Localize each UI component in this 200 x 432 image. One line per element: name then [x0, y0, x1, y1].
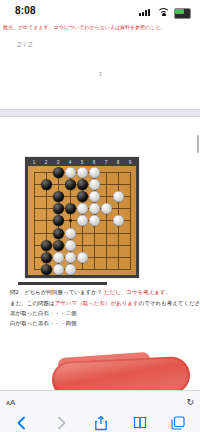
black-stone[interactable]: [41, 240, 52, 251]
question-line-2: また、この問題はアゲハマ（取った石）がありますのでそれも考えてください。: [10, 300, 200, 307]
black-stone[interactable]: [53, 228, 64, 239]
goban-grid[interactable]: [28, 166, 136, 275]
line2-red: アゲハマ（取った石）があります: [55, 300, 139, 306]
book-icon[interactable]: [132, 415, 148, 431]
white-stone[interactable]: [65, 167, 76, 178]
wifi-icon: [157, 8, 168, 16]
back-icon[interactable]: [14, 415, 30, 431]
scroll-indicator[interactable]: [197, 135, 200, 153]
forward-icon[interactable]: [53, 415, 69, 431]
white-stone[interactable]: [77, 167, 88, 178]
share-icon[interactable]: [93, 415, 109, 431]
clock: 8:08: [15, 5, 36, 16]
reader-mode-button[interactable]: ᴀA: [6, 398, 15, 407]
hoshi-marker: [69, 219, 72, 222]
reload-button[interactable]: ↻: [186, 397, 194, 407]
black-stone[interactable]: [53, 203, 64, 214]
black-stone[interactable]: [65, 179, 76, 190]
line2-post: のでそれも考えてください。: [139, 300, 200, 306]
black-stone[interactable]: [53, 191, 64, 202]
white-stone[interactable]: [53, 264, 64, 275]
white-stone[interactable]: [113, 191, 124, 202]
safari-toolbar: [0, 413, 200, 432]
captures-white-line: 白が取った黒石・・・四個: [10, 320, 76, 327]
page-number: 3: [99, 71, 102, 77]
white-stone[interactable]: [77, 215, 88, 226]
white-stone[interactable]: [77, 252, 88, 263]
cellular-signal-icon: [139, 8, 152, 16]
white-stone[interactable]: [89, 191, 100, 202]
question-text: 問2 どちらが何目勝っていますか？: [10, 289, 102, 295]
black-stone[interactable]: [53, 215, 64, 226]
black-stone[interactable]: [77, 179, 88, 190]
black-stone[interactable]: [41, 264, 52, 275]
page-separator: [0, 109, 200, 117]
white-stone[interactable]: [65, 264, 76, 275]
board-image-edge: [18, 282, 107, 285]
white-stone[interactable]: [65, 240, 76, 251]
white-stone[interactable]: [89, 167, 100, 178]
white-stone[interactable]: [89, 215, 100, 226]
white-stone[interactable]: [89, 203, 100, 214]
status-bar: 8:08: [0, 0, 200, 20]
black-stone[interactable]: [53, 167, 64, 178]
black-stone[interactable]: [41, 252, 52, 263]
black-stone[interactable]: [65, 203, 76, 214]
black-stone[interactable]: [77, 191, 88, 202]
white-stone[interactable]: [53, 252, 64, 263]
go-board[interactable]: 123456789: [25, 157, 139, 278]
black-stone[interactable]: [41, 179, 52, 190]
black-stone[interactable]: [53, 240, 64, 251]
safari-bottom-bar: ᴀA ↻: [0, 390, 200, 432]
white-stone[interactable]: [65, 252, 76, 263]
line2-pre: また、この問題は: [10, 300, 55, 306]
white-stone[interactable]: [65, 228, 76, 239]
iphone-screen: 8:08 観点」が出てきます。コウについてわからない人は資料を参照のこと。 2 …: [0, 0, 200, 432]
battery-charging-icon: [174, 8, 192, 17]
white-stone[interactable]: [101, 203, 112, 214]
white-stone[interactable]: [77, 203, 88, 214]
white-stone[interactable]: [89, 179, 100, 190]
page-indicator: 2 / 2: [17, 40, 33, 49]
document-note-text: 観点」が出てきます。コウについてわからない人は資料を参照のこと。: [3, 24, 197, 31]
captures-black-line: 黒が取った白石・・・二個: [10, 310, 76, 317]
white-stone[interactable]: [113, 215, 124, 226]
question-line-1: 問2 どちらが何目勝っていますか？ ただし、コウを考えます。: [10, 289, 171, 296]
question-text-red: ただし、コウを考えます。: [104, 289, 171, 295]
tabs-icon[interactable]: [170, 415, 186, 431]
